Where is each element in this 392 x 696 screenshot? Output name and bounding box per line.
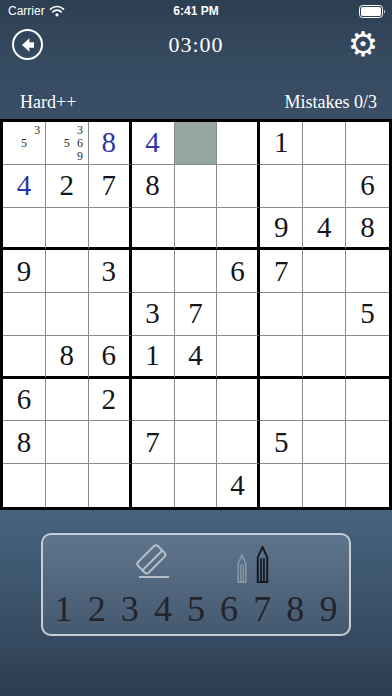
cell-r8c8[interactable] — [303, 421, 346, 464]
given-digit: 9 — [17, 257, 32, 286]
cell-r4c8[interactable] — [303, 250, 346, 293]
cell-r2c6[interactable] — [217, 165, 260, 208]
cell-r7c9[interactable] — [346, 379, 389, 422]
cell-r6c7[interactable] — [260, 336, 303, 379]
cell-r5c2[interactable] — [46, 293, 89, 336]
cell-r5c4[interactable]: 3 — [132, 293, 175, 336]
cell-r7c7[interactable] — [260, 379, 303, 422]
given-digit: 8 — [17, 428, 32, 457]
given-digit: 1 — [274, 128, 289, 157]
given-digit: 3 — [101, 257, 116, 286]
cell-r1c1[interactable]: 35 — [3, 122, 46, 165]
pencil-notes: 35 — [4, 123, 44, 163]
given-digit: 8 — [145, 171, 160, 200]
cell-r4c3[interactable]: 3 — [89, 250, 132, 293]
cell-r9c7[interactable] — [260, 464, 303, 507]
cell-r3c5[interactable] — [175, 208, 218, 251]
cell-r1c9[interactable] — [346, 122, 389, 165]
numpad-button-6[interactable]: 6 — [213, 591, 246, 627]
cell-r9c4[interactable] — [132, 464, 175, 507]
cell-r2c7[interactable] — [260, 165, 303, 208]
cell-r6c8[interactable] — [303, 336, 346, 379]
pencil-small-icon — [235, 554, 249, 584]
cell-r9c6[interactable]: 4 — [217, 464, 260, 507]
cell-r3c2[interactable] — [46, 208, 89, 251]
eraser-icon — [129, 542, 173, 584]
given-digit: 7 — [145, 428, 160, 457]
cell-r5c8[interactable] — [303, 293, 346, 336]
numpad-button-7[interactable]: 7 — [246, 591, 279, 627]
given-digit: 7 — [274, 257, 289, 286]
cell-r2c1[interactable]: 4 — [3, 165, 46, 208]
difficulty-label: Hard++ — [20, 92, 76, 113]
given-digit: 6 — [101, 341, 116, 370]
status-time: 6:41 PM — [0, 4, 392, 18]
cell-r7c5[interactable] — [175, 379, 218, 422]
cell-r5c6[interactable] — [217, 293, 260, 336]
pencil-large-icon — [254, 546, 271, 584]
given-digit: 7 — [188, 299, 203, 328]
cell-r8c9[interactable] — [346, 421, 389, 464]
cell-r7c2[interactable] — [46, 379, 89, 422]
given-digit: 5 — [360, 299, 375, 328]
cell-r1c7[interactable]: 1 — [260, 122, 303, 165]
cell-r4c1[interactable]: 9 — [3, 250, 46, 293]
cell-r9c5[interactable] — [175, 464, 218, 507]
given-digit: 5 — [274, 428, 289, 457]
given-digit: 1 — [145, 341, 160, 370]
input-panel: 123456789 — [41, 533, 351, 636]
cell-r5c1[interactable] — [3, 293, 46, 336]
given-digit: 6 — [230, 257, 245, 286]
cell-r5c7[interactable] — [260, 293, 303, 336]
cell-r6c6[interactable] — [217, 336, 260, 379]
sudoku-board: 3535698414278694893673758614628754 — [0, 119, 392, 510]
cell-r6c3[interactable]: 6 — [89, 336, 132, 379]
cell-r3c1[interactable] — [3, 208, 46, 251]
user-digit: 8 — [101, 128, 116, 157]
cell-r2c9[interactable]: 6 — [346, 165, 389, 208]
cell-r3c7[interactable]: 9 — [260, 208, 303, 251]
given-digit: 4 — [188, 341, 203, 370]
pencil-mode-toggle[interactable] — [225, 542, 281, 584]
numpad-button-1[interactable]: 1 — [47, 591, 80, 627]
cell-r8c7[interactable]: 5 — [260, 421, 303, 464]
numpad-button-5[interactable]: 5 — [179, 591, 212, 627]
cell-r2c3[interactable]: 7 — [89, 165, 132, 208]
cell-r3c8[interactable]: 4 — [303, 208, 346, 251]
given-digit: 8 — [360, 213, 375, 242]
numpad-button-9[interactable]: 9 — [312, 591, 345, 627]
cell-r8c4[interactable]: 7 — [132, 421, 175, 464]
pencil-notes: 3569 — [47, 123, 87, 163]
cell-r3c6[interactable] — [217, 208, 260, 251]
cell-r9c1[interactable] — [3, 464, 46, 507]
given-digit: 6 — [17, 385, 32, 414]
user-digit: 4 — [145, 128, 160, 157]
cell-r3c3[interactable] — [89, 208, 132, 251]
cell-r8c3[interactable] — [89, 421, 132, 464]
settings-button[interactable]: ⚙ — [346, 24, 380, 64]
eraser-button[interactable] — [129, 542, 173, 584]
cell-r1c2[interactable]: 3569 — [46, 122, 89, 165]
numpad-button-2[interactable]: 2 — [80, 591, 113, 627]
cell-r4c5[interactable] — [175, 250, 218, 293]
mistakes-label: Mistakes 0/3 — [285, 92, 378, 113]
given-digit: 4 — [230, 471, 245, 500]
given-digit: 6 — [360, 171, 375, 200]
meta-row: Hard++ Mistakes 0/3 — [0, 92, 392, 114]
cell-r8c6[interactable] — [217, 421, 260, 464]
numpad: 123456789 — [47, 585, 345, 633]
cell-r8c2[interactable] — [46, 421, 89, 464]
cell-r6c9[interactable] — [346, 336, 389, 379]
cell-r1c3[interactable]: 8 — [89, 122, 132, 165]
cell-r9c2[interactable] — [46, 464, 89, 507]
given-digit: 3 — [145, 299, 160, 328]
status-bar: Carrier 6:41 PM — [0, 0, 392, 22]
sudoku-app: Carrier 6:41 PM 03:00 ⚙ Hard++ — [0, 0, 392, 696]
cell-r8c5[interactable] — [175, 421, 218, 464]
cell-r4c4[interactable] — [132, 250, 175, 293]
cell-r1c6[interactable] — [217, 122, 260, 165]
cell-r4c2[interactable] — [46, 250, 89, 293]
cell-r2c4[interactable]: 8 — [132, 165, 175, 208]
given-digit: 2 — [101, 385, 116, 414]
cell-r5c5[interactable]: 7 — [175, 293, 218, 336]
nav-bar: 03:00 ⚙ — [0, 24, 392, 70]
cell-r6c5[interactable]: 4 — [175, 336, 218, 379]
cell-r9c3[interactable] — [89, 464, 132, 507]
numpad-button-4[interactable]: 4 — [146, 591, 179, 627]
given-digit: 9 — [274, 213, 289, 242]
cell-r6c1[interactable] — [3, 336, 46, 379]
cell-r2c5[interactable] — [175, 165, 218, 208]
timer-label: 03:00 — [0, 32, 392, 58]
cell-r3c4[interactable] — [132, 208, 175, 251]
numpad-button-8[interactable]: 8 — [279, 591, 312, 627]
cell-r6c4[interactable]: 1 — [132, 336, 175, 379]
cell-r7c1[interactable]: 6 — [3, 379, 46, 422]
given-digit: 7 — [101, 171, 116, 200]
cell-r5c9[interactable]: 5 — [346, 293, 389, 336]
cell-r1c8[interactable] — [303, 122, 346, 165]
cell-r5c3[interactable] — [89, 293, 132, 336]
cell-r4c9[interactable] — [346, 250, 389, 293]
cell-r7c3[interactable]: 2 — [89, 379, 132, 422]
cell-r2c2[interactable]: 2 — [46, 165, 89, 208]
cell-r1c4[interactable]: 4 — [132, 122, 175, 165]
given-digit: 8 — [60, 341, 75, 370]
given-digit: 2 — [60, 171, 75, 200]
cell-r7c6[interactable] — [217, 379, 260, 422]
cell-r7c8[interactable] — [303, 379, 346, 422]
given-digit: 4 — [317, 213, 332, 242]
gear-icon: ⚙ — [348, 24, 378, 64]
cell-r9c9[interactable] — [346, 464, 389, 507]
cell-r2c8[interactable] — [303, 165, 346, 208]
cell-r4c6[interactable]: 6 — [217, 250, 260, 293]
cell-r9c8[interactable] — [303, 464, 346, 507]
cell-r1c5[interactable] — [175, 122, 218, 165]
numpad-button-3[interactable]: 3 — [113, 591, 146, 627]
user-digit: 4 — [17, 171, 32, 200]
tools-row — [43, 542, 349, 584]
cell-r3c9[interactable]: 8 — [346, 208, 389, 251]
cell-r6c2[interactable]: 8 — [46, 336, 89, 379]
cell-r7c4[interactable] — [132, 379, 175, 422]
cell-r8c1[interactable]: 8 — [3, 421, 46, 464]
cell-r4c7[interactable]: 7 — [260, 250, 303, 293]
